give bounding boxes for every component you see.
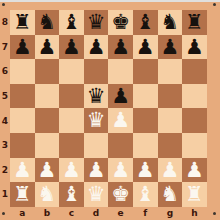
square-e8[interactable]: ♚ — [108, 10, 133, 35]
piece-white-queen-d1[interactable]: ♛ — [84, 182, 109, 207]
square-b5[interactable] — [35, 84, 60, 109]
square-b2[interactable]: ♟ — [35, 158, 60, 183]
file-label-b: b — [35, 207, 60, 220]
piece-white-rook-a1[interactable]: ♜ — [10, 182, 35, 207]
square-h3[interactable] — [182, 133, 207, 158]
file-label-g: g — [158, 207, 183, 220]
square-b8[interactable]: ♞ — [35, 10, 60, 35]
piece-black-bishop-f8[interactable]: ♝ — [133, 10, 158, 35]
piece-black-pawn-e7[interactable]: ♟ — [108, 35, 133, 60]
square-e6[interactable] — [108, 59, 133, 84]
square-c3[interactable] — [59, 133, 84, 158]
rank-label-2: 2 — [0, 158, 10, 183]
square-b1[interactable]: ♞ — [35, 182, 60, 207]
rank-labels: 87654321 — [0, 10, 10, 207]
file-label-d: d — [84, 207, 109, 220]
square-f1[interactable]: ♝ — [133, 182, 158, 207]
square-c6[interactable] — [59, 59, 84, 84]
square-a5[interactable] — [10, 84, 35, 109]
rank-label-3: 3 — [0, 133, 10, 158]
piece-black-pawn-b7[interactable]: ♟ — [35, 35, 60, 60]
file-label-f: f — [133, 207, 158, 220]
square-c8[interactable]: ♝ — [59, 10, 84, 35]
square-e3[interactable] — [108, 133, 133, 158]
square-e2[interactable]: ♟ — [108, 158, 133, 183]
square-d6[interactable] — [84, 59, 109, 84]
square-g1[interactable]: ♞ — [158, 182, 183, 207]
square-e1[interactable]: ♚ — [108, 182, 133, 207]
square-g3[interactable] — [158, 133, 183, 158]
rank-label-7: 7 — [0, 35, 10, 60]
piece-white-pawn-d2[interactable]: ♟ — [84, 158, 109, 183]
square-c2[interactable]: ♟ — [59, 158, 84, 183]
piece-black-pawn-f7[interactable]: ♟ — [133, 35, 158, 60]
square-a2[interactable]: ♟ — [10, 158, 35, 183]
square-b4[interactable] — [35, 108, 60, 133]
square-b6[interactable] — [35, 59, 60, 84]
square-f8[interactable]: ♝ — [133, 10, 158, 35]
square-e7[interactable]: ♟ — [108, 35, 133, 60]
square-g4[interactable] — [158, 108, 183, 133]
square-d1[interactable]: ♛ — [84, 182, 109, 207]
piece-white-rook-h1[interactable]: ♜ — [182, 182, 207, 207]
file-label-h: h — [182, 207, 207, 220]
rank-label-6: 6 — [0, 59, 10, 84]
piece-black-knight-g8[interactable]: ♞ — [158, 10, 183, 35]
corner-pin-dot-3 — [213, 212, 216, 215]
piece-white-bishop-c1[interactable]: ♝ — [59, 182, 84, 207]
square-d5[interactable]: ♛ — [84, 84, 109, 109]
square-d4[interactable]: ♛ — [84, 108, 109, 133]
file-label-c: c — [59, 207, 84, 220]
square-h6[interactable] — [182, 59, 207, 84]
square-h2[interactable]: ♟ — [182, 158, 207, 183]
square-f3[interactable] — [133, 133, 158, 158]
square-c7[interactable]: ♟ — [59, 35, 84, 60]
square-c1[interactable]: ♝ — [59, 182, 84, 207]
piece-white-pawn-f2[interactable]: ♟ — [133, 158, 158, 183]
square-d2[interactable]: ♟ — [84, 158, 109, 183]
square-a7[interactable]: ♟ — [10, 35, 35, 60]
piece-white-pawn-b2[interactable]: ♟ — [35, 158, 60, 183]
corner-pin-dot-1 — [213, 3, 216, 6]
corner-pin-dot-2 — [2, 212, 5, 215]
square-f5[interactable] — [133, 84, 158, 109]
piece-black-queen-d8[interactable]: ♛ — [84, 10, 109, 35]
square-d3[interactable] — [84, 133, 109, 158]
piece-black-queen-d5[interactable]: ♛ — [84, 84, 109, 109]
rank-label-8: 8 — [0, 10, 10, 35]
square-a1[interactable]: ♜ — [10, 182, 35, 207]
piece-black-rook-h8[interactable]: ♜ — [182, 10, 207, 35]
square-h7[interactable]: ♟ — [182, 35, 207, 60]
piece-black-pawn-g7[interactable]: ♟ — [158, 35, 183, 60]
square-f2[interactable]: ♟ — [133, 158, 158, 183]
piece-white-king-e1[interactable]: ♚ — [108, 182, 133, 207]
piece-black-pawn-c7[interactable]: ♟ — [59, 35, 84, 60]
square-e4[interactable]: ♟ — [108, 108, 133, 133]
piece-black-pawn-d7[interactable]: ♟ — [84, 35, 109, 60]
file-label-a: a — [10, 207, 35, 220]
square-h5[interactable] — [182, 84, 207, 109]
square-g8[interactable]: ♞ — [158, 10, 183, 35]
file-labels: abcdefgh — [10, 207, 207, 220]
square-a8[interactable]: ♜ — [10, 10, 35, 35]
square-h1[interactable]: ♜ — [182, 182, 207, 207]
file-label-e: e — [108, 207, 133, 220]
rank-label-5: 5 — [0, 84, 10, 109]
square-g5[interactable] — [158, 84, 183, 109]
piece-black-pawn-a7[interactable]: ♟ — [10, 35, 35, 60]
square-c4[interactable] — [59, 108, 84, 133]
piece-white-queen-d4[interactable]: ♛ — [84, 108, 109, 133]
corner-pin-dot-0 — [2, 3, 5, 6]
piece-white-knight-b1[interactable]: ♞ — [35, 182, 60, 207]
piece-white-pawn-a2[interactable]: ♟ — [10, 158, 35, 183]
piece-black-pawn-e5[interactable]: ♟ — [108, 84, 133, 109]
square-g6[interactable] — [158, 59, 183, 84]
rank-label-4: 4 — [0, 108, 10, 133]
square-a4[interactable] — [10, 108, 35, 133]
square-a6[interactable] — [10, 59, 35, 84]
square-g7[interactable]: ♟ — [158, 35, 183, 60]
piece-white-pawn-e4[interactable]: ♟ — [108, 108, 133, 133]
piece-white-pawn-g2[interactable]: ♟ — [158, 158, 183, 183]
square-d7[interactable]: ♟ — [84, 35, 109, 60]
chess-board: ♜♞♝♛♚♝♞♜♟♟♟♟♟♟♟♟♛♟♛♟♟♟♟♟♟♟♟♟♜♞♝♛♚♝♞♜ — [10, 10, 207, 207]
square-c5[interactable] — [59, 84, 84, 109]
piece-black-knight-b8[interactable]: ♞ — [35, 10, 60, 35]
square-b7[interactable]: ♟ — [35, 35, 60, 60]
piece-white-knight-g1[interactable]: ♞ — [158, 182, 183, 207]
demo-chess-board-photo: ♜♞♝♛♚♝♞♜♟♟♟♟♟♟♟♟♛♟♛♟♟♟♟♟♟♟♟♟♜♞♝♛♚♝♞♜ 876… — [0, 0, 220, 220]
square-a3[interactable] — [10, 133, 35, 158]
square-h8[interactable]: ♜ — [182, 10, 207, 35]
square-e5[interactable]: ♟ — [108, 84, 133, 109]
square-f4[interactable] — [133, 108, 158, 133]
piece-white-pawn-h2[interactable]: ♟ — [182, 158, 207, 183]
piece-black-king-e8[interactable]: ♚ — [108, 10, 133, 35]
piece-white-pawn-c2[interactable]: ♟ — [59, 158, 84, 183]
board-top-edge — [0, 0, 220, 2]
square-h4[interactable] — [182, 108, 207, 133]
square-b3[interactable] — [35, 133, 60, 158]
piece-white-pawn-e2[interactable]: ♟ — [108, 158, 133, 183]
square-f7[interactable]: ♟ — [133, 35, 158, 60]
square-g2[interactable]: ♟ — [158, 158, 183, 183]
piece-black-pawn-h7[interactable]: ♟ — [182, 35, 207, 60]
square-f6[interactable] — [133, 59, 158, 84]
piece-black-rook-a8[interactable]: ♜ — [10, 10, 35, 35]
square-d8[interactable]: ♛ — [84, 10, 109, 35]
piece-white-bishop-f1[interactable]: ♝ — [133, 182, 158, 207]
piece-black-bishop-c8[interactable]: ♝ — [59, 10, 84, 35]
rank-label-1: 1 — [0, 182, 10, 207]
